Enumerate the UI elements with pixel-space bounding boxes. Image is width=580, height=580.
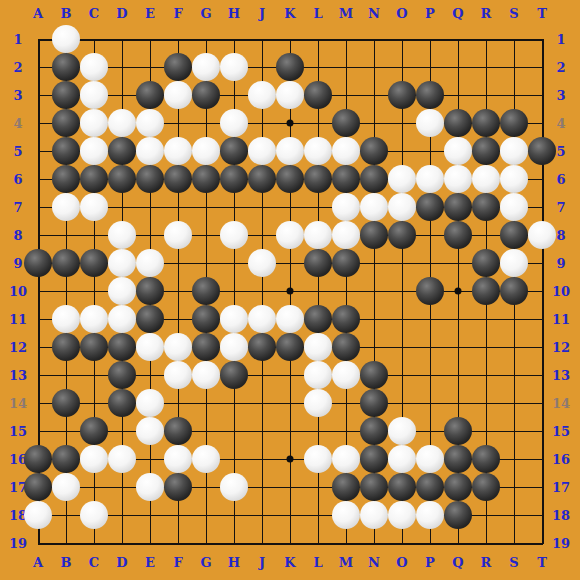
- coord-label: 14: [9, 396, 27, 411]
- white-stone[interactable]: [192, 445, 220, 473]
- black-stone[interactable]: [52, 389, 80, 417]
- black-stone[interactable]: [80, 165, 108, 193]
- coord-label: C: [89, 555, 99, 570]
- coord-label: T: [537, 6, 547, 21]
- white-stone[interactable]: [80, 445, 108, 473]
- coord-label: J: [259, 6, 265, 21]
- coord-label: A: [33, 555, 43, 570]
- coord-label: 17: [552, 480, 570, 495]
- coord-label: 2: [13, 60, 22, 75]
- white-stone[interactable]: [472, 165, 500, 193]
- coord-label: J: [259, 555, 265, 570]
- black-stone[interactable]: [444, 221, 472, 249]
- black-stone[interactable]: [360, 473, 388, 501]
- white-stone[interactable]: [220, 333, 248, 361]
- coord-label: 15: [552, 424, 570, 439]
- white-stone[interactable]: [500, 193, 528, 221]
- white-stone[interactable]: [80, 501, 108, 529]
- coord-label: N: [368, 6, 380, 21]
- black-stone[interactable]: [80, 333, 108, 361]
- black-stone[interactable]: [276, 333, 304, 361]
- coord-label: 1: [556, 32, 565, 47]
- white-stone[interactable]: [388, 417, 416, 445]
- black-stone[interactable]: [416, 81, 444, 109]
- black-stone[interactable]: [80, 249, 108, 277]
- black-stone[interactable]: [52, 445, 80, 473]
- star-point: [287, 456, 294, 463]
- black-stone[interactable]: [192, 81, 220, 109]
- coord-label: 9: [556, 256, 565, 271]
- white-stone[interactable]: [332, 361, 360, 389]
- black-stone[interactable]: [332, 249, 360, 277]
- coord-label: D: [116, 6, 127, 21]
- coord-label: E: [145, 555, 155, 570]
- coord-label: 14: [552, 396, 570, 411]
- black-stone[interactable]: [360, 221, 388, 249]
- black-stone[interactable]: [108, 165, 136, 193]
- black-stone[interactable]: [500, 221, 528, 249]
- white-stone[interactable]: [248, 305, 276, 333]
- coord-label: F: [173, 555, 182, 570]
- white-stone[interactable]: [52, 193, 80, 221]
- white-stone[interactable]: [332, 445, 360, 473]
- coord-label: S: [509, 555, 518, 570]
- white-stone[interactable]: [248, 81, 276, 109]
- black-stone[interactable]: [332, 165, 360, 193]
- coord-label: H: [228, 6, 240, 21]
- black-stone[interactable]: [472, 445, 500, 473]
- coord-label: 8: [556, 228, 565, 243]
- coord-label: 7: [13, 200, 22, 215]
- coord-label: N: [368, 555, 380, 570]
- coord-label: R: [481, 6, 492, 21]
- coord-label: L: [313, 6, 322, 21]
- coord-label: 7: [556, 200, 565, 215]
- black-stone[interactable]: [80, 417, 108, 445]
- white-stone[interactable]: [164, 81, 192, 109]
- black-stone[interactable]: [332, 333, 360, 361]
- white-stone[interactable]: [500, 249, 528, 277]
- white-stone[interactable]: [220, 53, 248, 81]
- coord-label: 12: [552, 340, 570, 355]
- coord-label: M: [339, 555, 353, 570]
- white-stone[interactable]: [416, 501, 444, 529]
- white-stone[interactable]: [304, 221, 332, 249]
- white-stone[interactable]: [332, 137, 360, 165]
- white-stone[interactable]: [388, 445, 416, 473]
- coord-label: S: [509, 6, 518, 21]
- black-stone[interactable]: [108, 137, 136, 165]
- white-stone[interactable]: [192, 361, 220, 389]
- black-stone[interactable]: [192, 277, 220, 305]
- black-stone[interactable]: [52, 249, 80, 277]
- white-stone[interactable]: [52, 25, 80, 53]
- white-stone[interactable]: [332, 221, 360, 249]
- white-stone[interactable]: [108, 305, 136, 333]
- white-stone[interactable]: [276, 221, 304, 249]
- coord-label: 5: [13, 144, 22, 159]
- black-stone[interactable]: [472, 277, 500, 305]
- white-stone[interactable]: [248, 249, 276, 277]
- black-stone[interactable]: [444, 193, 472, 221]
- coord-label: 11: [9, 312, 27, 327]
- white-stone[interactable]: [276, 137, 304, 165]
- coord-label: 3: [556, 88, 565, 103]
- coord-label: K: [284, 555, 295, 570]
- black-stone[interactable]: [24, 249, 52, 277]
- black-stone[interactable]: [304, 165, 332, 193]
- black-stone[interactable]: [304, 81, 332, 109]
- coord-label: 12: [9, 340, 27, 355]
- black-stone[interactable]: [108, 361, 136, 389]
- white-stone[interactable]: [388, 193, 416, 221]
- coord-label: G: [200, 555, 211, 570]
- white-stone[interactable]: [528, 221, 556, 249]
- coord-label: 4: [13, 116, 22, 131]
- white-stone[interactable]: [192, 137, 220, 165]
- coord-label: 19: [9, 536, 27, 551]
- white-stone[interactable]: [304, 361, 332, 389]
- coord-label: 13: [9, 368, 27, 383]
- black-stone[interactable]: [360, 137, 388, 165]
- black-stone[interactable]: [500, 109, 528, 137]
- coord-label: B: [61, 555, 72, 570]
- coord-label: P: [425, 555, 435, 570]
- white-stone[interactable]: [164, 221, 192, 249]
- coord-label: 4: [556, 116, 565, 131]
- black-stone[interactable]: [220, 165, 248, 193]
- black-stone[interactable]: [444, 445, 472, 473]
- black-stone[interactable]: [332, 473, 360, 501]
- black-stone[interactable]: [136, 165, 164, 193]
- white-stone[interactable]: [136, 389, 164, 417]
- white-stone[interactable]: [220, 305, 248, 333]
- white-stone[interactable]: [108, 221, 136, 249]
- coord-label: 2: [556, 60, 565, 75]
- black-stone[interactable]: [444, 109, 472, 137]
- black-stone[interactable]: [444, 417, 472, 445]
- black-stone[interactable]: [472, 137, 500, 165]
- black-stone[interactable]: [276, 53, 304, 81]
- black-stone[interactable]: [332, 305, 360, 333]
- black-stone[interactable]: [444, 501, 472, 529]
- white-stone[interactable]: [388, 165, 416, 193]
- white-stone[interactable]: [500, 165, 528, 193]
- white-stone[interactable]: [332, 193, 360, 221]
- coord-label: C: [89, 6, 99, 21]
- coord-label: 15: [9, 424, 27, 439]
- black-stone[interactable]: [360, 165, 388, 193]
- black-stone[interactable]: [192, 305, 220, 333]
- coord-label: O: [396, 555, 407, 570]
- black-stone[interactable]: [276, 165, 304, 193]
- white-stone[interactable]: [52, 305, 80, 333]
- coord-label: 9: [13, 256, 22, 271]
- white-stone[interactable]: [136, 473, 164, 501]
- coord-label: D: [116, 555, 127, 570]
- star-point: [287, 288, 294, 295]
- white-stone[interactable]: [220, 109, 248, 137]
- black-stone[interactable]: [472, 109, 500, 137]
- black-stone[interactable]: [220, 137, 248, 165]
- coord-label: 1: [13, 32, 22, 47]
- coord-label: 16: [552, 452, 570, 467]
- white-stone[interactable]: [304, 445, 332, 473]
- white-stone[interactable]: [276, 305, 304, 333]
- black-stone[interactable]: [136, 81, 164, 109]
- black-stone[interactable]: [416, 277, 444, 305]
- black-stone[interactable]: [388, 81, 416, 109]
- black-stone[interactable]: [24, 445, 52, 473]
- white-stone[interactable]: [416, 165, 444, 193]
- black-stone[interactable]: [52, 137, 80, 165]
- black-stone[interactable]: [360, 389, 388, 417]
- white-stone[interactable]: [80, 109, 108, 137]
- goban[interactable]: ABCDEFGHJKLMNOPQRST ABCDEFGHJKLMNOPQRST …: [0, 0, 580, 580]
- coord-label: 6: [13, 172, 22, 187]
- white-stone[interactable]: [164, 333, 192, 361]
- black-stone[interactable]: [52, 165, 80, 193]
- black-stone[interactable]: [388, 473, 416, 501]
- white-stone[interactable]: [444, 165, 472, 193]
- coord-label: 8: [13, 228, 22, 243]
- black-stone[interactable]: [24, 473, 52, 501]
- coord-label: A: [33, 6, 43, 21]
- white-stone[interactable]: [444, 137, 472, 165]
- white-stone[interactable]: [360, 501, 388, 529]
- white-stone[interactable]: [136, 249, 164, 277]
- black-stone[interactable]: [304, 249, 332, 277]
- white-stone[interactable]: [360, 193, 388, 221]
- coord-label: O: [396, 6, 407, 21]
- coord-label: 19: [552, 536, 570, 551]
- black-stone[interactable]: [388, 221, 416, 249]
- black-stone[interactable]: [360, 417, 388, 445]
- coord-label: Q: [452, 555, 463, 570]
- black-stone[interactable]: [332, 109, 360, 137]
- coord-label: 10: [552, 284, 570, 299]
- coord-label: 10: [9, 284, 27, 299]
- black-stone[interactable]: [164, 53, 192, 81]
- black-stone[interactable]: [220, 361, 248, 389]
- white-stone[interactable]: [304, 389, 332, 417]
- white-stone[interactable]: [80, 305, 108, 333]
- star-point: [287, 120, 294, 127]
- white-stone[interactable]: [108, 109, 136, 137]
- coord-label: 11: [552, 312, 570, 327]
- grid-line: [38, 543, 543, 545]
- black-stone[interactable]: [136, 305, 164, 333]
- coord-label: Q: [452, 6, 463, 21]
- black-stone[interactable]: [164, 417, 192, 445]
- white-stone[interactable]: [108, 445, 136, 473]
- black-stone[interactable]: [472, 249, 500, 277]
- coord-label: B: [61, 6, 72, 21]
- white-stone[interactable]: [220, 221, 248, 249]
- white-stone[interactable]: [388, 501, 416, 529]
- black-stone[interactable]: [108, 389, 136, 417]
- black-stone[interactable]: [472, 473, 500, 501]
- black-stone[interactable]: [304, 305, 332, 333]
- white-stone[interactable]: [164, 361, 192, 389]
- black-stone[interactable]: [164, 165, 192, 193]
- black-stone[interactable]: [500, 277, 528, 305]
- black-stone[interactable]: [52, 81, 80, 109]
- black-stone[interactable]: [416, 473, 444, 501]
- black-stone[interactable]: [52, 53, 80, 81]
- black-stone[interactable]: [444, 473, 472, 501]
- white-stone[interactable]: [136, 109, 164, 137]
- black-stone[interactable]: [192, 333, 220, 361]
- white-stone[interactable]: [164, 137, 192, 165]
- white-stone[interactable]: [192, 53, 220, 81]
- coord-label: F: [173, 6, 182, 21]
- black-stone[interactable]: [248, 165, 276, 193]
- coord-label: 18: [552, 508, 570, 523]
- coord-label: P: [425, 6, 435, 21]
- white-stone[interactable]: [80, 53, 108, 81]
- coord-label: 6: [556, 172, 565, 187]
- white-stone[interactable]: [108, 249, 136, 277]
- black-stone[interactable]: [472, 193, 500, 221]
- black-stone[interactable]: [416, 193, 444, 221]
- white-stone[interactable]: [108, 277, 136, 305]
- white-stone[interactable]: [164, 445, 192, 473]
- black-stone[interactable]: [108, 333, 136, 361]
- white-stone[interactable]: [248, 137, 276, 165]
- coord-label: L: [313, 555, 322, 570]
- black-stone[interactable]: [528, 137, 556, 165]
- white-stone[interactable]: [220, 473, 248, 501]
- white-stone[interactable]: [416, 445, 444, 473]
- black-stone[interactable]: [136, 277, 164, 305]
- white-stone[interactable]: [276, 81, 304, 109]
- white-stone[interactable]: [304, 137, 332, 165]
- black-stone[interactable]: [360, 361, 388, 389]
- coord-label: K: [284, 6, 295, 21]
- black-stone[interactable]: [248, 333, 276, 361]
- black-stone[interactable]: [52, 109, 80, 137]
- white-stone[interactable]: [80, 193, 108, 221]
- white-stone[interactable]: [80, 81, 108, 109]
- coord-label: G: [200, 6, 211, 21]
- white-stone[interactable]: [500, 137, 528, 165]
- black-stone[interactable]: [360, 445, 388, 473]
- black-stone[interactable]: [52, 333, 80, 361]
- white-stone[interactable]: [416, 109, 444, 137]
- star-point: [455, 288, 462, 295]
- coord-label: 3: [13, 88, 22, 103]
- coord-label: 13: [552, 368, 570, 383]
- white-stone[interactable]: [304, 333, 332, 361]
- black-stone[interactable]: [164, 473, 192, 501]
- white-stone[interactable]: [136, 137, 164, 165]
- coord-label: H: [228, 555, 240, 570]
- white-stone[interactable]: [136, 417, 164, 445]
- grid-line: [542, 39, 544, 544]
- coord-label: M: [339, 6, 353, 21]
- coord-label: 5: [556, 144, 565, 159]
- white-stone[interactable]: [52, 473, 80, 501]
- black-stone[interactable]: [192, 165, 220, 193]
- coord-label: E: [145, 6, 155, 21]
- white-stone[interactable]: [24, 501, 52, 529]
- white-stone[interactable]: [136, 333, 164, 361]
- coord-label: T: [537, 555, 547, 570]
- coord-label: R: [481, 555, 492, 570]
- white-stone[interactable]: [332, 501, 360, 529]
- white-stone[interactable]: [80, 137, 108, 165]
